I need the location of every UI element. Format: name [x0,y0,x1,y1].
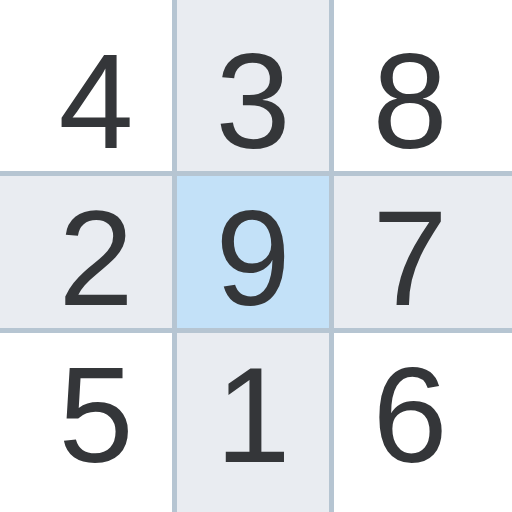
digit-r1c3: 8 [372,34,447,169]
cell-r2c3[interactable]: 7 [334,176,512,328]
cell-r1c1[interactable]: 4 [0,0,172,171]
cell-r3c2[interactable]: 1 [177,333,329,512]
cell-r2c1[interactable]: 2 [0,176,172,328]
digit-r2c1: 2 [58,191,133,326]
digit-r3c1: 5 [58,348,133,483]
cell-r3c1[interactable]: 5 [0,333,172,512]
digit-r1c2: 3 [215,34,290,169]
sudoku-board: 4 3 8 2 9 7 5 1 6 [0,0,512,512]
digit-r3c2: 1 [215,348,290,483]
digit-r2c3: 7 [372,191,447,326]
cell-r2c2-selected[interactable]: 9 [177,176,329,328]
digit-r3c3: 6 [372,348,447,483]
digit-r1c1: 4 [58,34,133,169]
cell-r1c3[interactable]: 8 [334,0,512,171]
digit-r2c2: 9 [215,191,290,326]
cell-r3c3[interactable]: 6 [334,333,512,512]
cell-r1c2[interactable]: 3 [177,0,329,171]
